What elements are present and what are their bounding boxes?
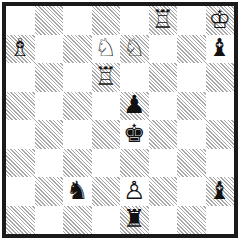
- square-d6[interactable]: ♖: [92, 63, 121, 92]
- square-c8[interactable]: [63, 6, 92, 35]
- square-b1[interactable]: [35, 206, 64, 235]
- square-c6[interactable]: [63, 63, 92, 92]
- black-pawn-piece: ♟: [123, 92, 145, 117]
- square-a2[interactable]: [6, 177, 35, 206]
- square-b2[interactable]: [35, 177, 64, 206]
- square-h6[interactable]: [206, 63, 235, 92]
- square-h8[interactable]: ♔: [206, 6, 235, 35]
- board-frame: ♖♔♗♘♘♝♖♟♚♞♙♝♜: [2, 2, 238, 238]
- black-king-piece: ♚: [123, 121, 145, 146]
- square-a8[interactable]: [6, 6, 35, 35]
- square-h2[interactable]: ♝: [206, 177, 235, 206]
- square-f8[interactable]: ♖: [149, 6, 178, 35]
- square-e1[interactable]: ♜: [120, 206, 149, 235]
- square-h1[interactable]: [206, 206, 235, 235]
- square-g8[interactable]: [177, 6, 206, 35]
- square-b8[interactable]: [35, 6, 64, 35]
- square-g2[interactable]: [177, 177, 206, 206]
- white-knight-piece: ♘: [123, 35, 145, 60]
- square-h3[interactable]: [206, 149, 235, 178]
- square-h7[interactable]: ♝: [206, 35, 235, 64]
- square-f7[interactable]: [149, 35, 178, 64]
- square-d3[interactable]: [92, 149, 121, 178]
- square-a5[interactable]: [6, 92, 35, 121]
- square-d7[interactable]: ♘: [92, 35, 121, 64]
- square-e2[interactable]: ♙: [120, 177, 149, 206]
- square-g1[interactable]: [177, 206, 206, 235]
- black-bishop-piece: ♝: [209, 178, 231, 203]
- white-rook-piece: ♖: [95, 64, 117, 89]
- black-knight-piece: ♞: [66, 178, 88, 203]
- black-rook-piece: ♜: [123, 206, 145, 231]
- square-e4[interactable]: ♚: [120, 120, 149, 149]
- square-d4[interactable]: [92, 120, 121, 149]
- square-c3[interactable]: [63, 149, 92, 178]
- square-e5[interactable]: ♟: [120, 92, 149, 121]
- square-c5[interactable]: [63, 92, 92, 121]
- square-a7[interactable]: ♗: [6, 35, 35, 64]
- square-b6[interactable]: [35, 63, 64, 92]
- square-a3[interactable]: [6, 149, 35, 178]
- square-a1[interactable]: [6, 206, 35, 235]
- square-c1[interactable]: [63, 206, 92, 235]
- chess-board: ♖♔♗♘♘♝♖♟♚♞♙♝♜: [6, 6, 234, 234]
- square-b7[interactable]: [35, 35, 64, 64]
- white-king-piece: ♔: [209, 7, 231, 32]
- square-c4[interactable]: [63, 120, 92, 149]
- black-bishop-piece: ♝: [209, 35, 231, 60]
- white-pawn-piece: ♙: [123, 178, 145, 203]
- square-e6[interactable]: [120, 63, 149, 92]
- square-f5[interactable]: [149, 92, 178, 121]
- chess-diagram: ♖♔♗♘♘♝♖♟♚♞♙♝♜: [0, 0, 240, 240]
- square-g4[interactable]: [177, 120, 206, 149]
- white-rook-piece: ♖: [152, 7, 174, 32]
- square-f3[interactable]: [149, 149, 178, 178]
- square-f2[interactable]: [149, 177, 178, 206]
- square-b3[interactable]: [35, 149, 64, 178]
- square-c7[interactable]: [63, 35, 92, 64]
- square-e3[interactable]: [120, 149, 149, 178]
- square-h4[interactable]: [206, 120, 235, 149]
- square-f4[interactable]: [149, 120, 178, 149]
- square-f1[interactable]: [149, 206, 178, 235]
- square-c2[interactable]: ♞: [63, 177, 92, 206]
- square-g7[interactable]: [177, 35, 206, 64]
- square-h5[interactable]: [206, 92, 235, 121]
- square-b5[interactable]: [35, 92, 64, 121]
- square-f6[interactable]: [149, 63, 178, 92]
- square-d5[interactable]: [92, 92, 121, 121]
- square-g6[interactable]: [177, 63, 206, 92]
- square-d2[interactable]: [92, 177, 121, 206]
- square-e8[interactable]: [120, 6, 149, 35]
- square-g5[interactable]: [177, 92, 206, 121]
- white-bishop-piece: ♗: [9, 35, 31, 60]
- white-knight-piece: ♘: [95, 35, 117, 60]
- square-b4[interactable]: [35, 120, 64, 149]
- square-d8[interactable]: [92, 6, 121, 35]
- square-g3[interactable]: [177, 149, 206, 178]
- square-a4[interactable]: [6, 120, 35, 149]
- square-e7[interactable]: ♘: [120, 35, 149, 64]
- square-d1[interactable]: [92, 206, 121, 235]
- square-a6[interactable]: [6, 63, 35, 92]
